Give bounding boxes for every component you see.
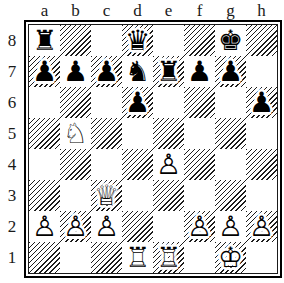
- square-b3[interactable]: [60, 180, 91, 211]
- square-h1[interactable]: [246, 242, 277, 273]
- piece-black-pawn[interactable]: ♟: [122, 87, 153, 118]
- square-a1[interactable]: [29, 242, 60, 273]
- square-d1[interactable]: ♖: [122, 242, 153, 273]
- piece-white-rook[interactable]: ♖: [153, 242, 184, 273]
- piece-black-king[interactable]: ♚: [215, 25, 246, 56]
- square-d2[interactable]: [122, 211, 153, 242]
- file-label-b: b: [60, 0, 91, 21]
- square-e3[interactable]: [153, 180, 184, 211]
- square-f1[interactable]: [184, 242, 215, 273]
- square-h6[interactable]: ♟: [246, 87, 277, 118]
- square-f5[interactable]: [184, 118, 215, 149]
- square-f7[interactable]: ♟: [184, 56, 215, 87]
- square-f6[interactable]: [184, 87, 215, 118]
- square-f4[interactable]: [184, 149, 215, 180]
- square-a7[interactable]: ♟: [29, 56, 60, 87]
- chess-diagram: abcdefgh 87654321 ♜♛♚♟♟♟♞♜♟♟♟♟♘♙♕♙♙♙♙♙♙♖…: [0, 0, 284, 283]
- square-g3[interactable]: [215, 180, 246, 211]
- rank-label-2: 2: [0, 211, 24, 242]
- rank-label-1: 1: [0, 242, 24, 273]
- square-b4[interactable]: [60, 149, 91, 180]
- file-label-e: e: [153, 0, 184, 21]
- piece-white-pawn[interactable]: ♙: [215, 211, 246, 242]
- piece-white-pawn[interactable]: ♙: [246, 211, 277, 242]
- file-label-a: a: [29, 0, 60, 21]
- piece-black-rook[interactable]: ♜: [153, 56, 184, 87]
- piece-black-pawn[interactable]: ♟: [215, 56, 246, 87]
- piece-white-pawn[interactable]: ♙: [153, 149, 184, 180]
- piece-white-rook[interactable]: ♖: [122, 242, 153, 273]
- square-e5[interactable]: [153, 118, 184, 149]
- square-b2[interactable]: ♙: [60, 211, 91, 242]
- piece-white-pawn[interactable]: ♙: [29, 211, 60, 242]
- square-d5[interactable]: [122, 118, 153, 149]
- square-a3[interactable]: [29, 180, 60, 211]
- square-h4[interactable]: [246, 149, 277, 180]
- piece-white-pawn[interactable]: ♙: [91, 211, 122, 242]
- square-f3[interactable]: [184, 180, 215, 211]
- square-c4[interactable]: [91, 149, 122, 180]
- square-a6[interactable]: [29, 87, 60, 118]
- file-label-h: h: [246, 0, 277, 21]
- square-b8[interactable]: [60, 25, 91, 56]
- square-h7[interactable]: [246, 56, 277, 87]
- rank-label-4: 4: [0, 149, 24, 180]
- square-d6[interactable]: ♟: [122, 87, 153, 118]
- square-g4[interactable]: [215, 149, 246, 180]
- rank-label-7: 7: [0, 56, 24, 87]
- square-b1[interactable]: [60, 242, 91, 273]
- square-c8[interactable]: [91, 25, 122, 56]
- rank-label-5: 5: [0, 118, 24, 149]
- board-frame: ♜♛♚♟♟♟♞♜♟♟♟♟♘♙♕♙♙♙♙♙♙♖♖♔: [24, 20, 282, 278]
- square-e8[interactable]: [153, 25, 184, 56]
- square-d4[interactable]: [122, 149, 153, 180]
- square-a4[interactable]: [29, 149, 60, 180]
- piece-black-pawn[interactable]: ♟: [246, 87, 277, 118]
- rank-label-8: 8: [0, 25, 24, 56]
- square-f2[interactable]: ♙: [184, 211, 215, 242]
- square-g6[interactable]: [215, 87, 246, 118]
- square-c7[interactable]: ♟: [91, 56, 122, 87]
- square-e1[interactable]: ♖: [153, 242, 184, 273]
- file-label-f: f: [184, 0, 215, 21]
- square-e7[interactable]: ♜: [153, 56, 184, 87]
- piece-white-pawn[interactable]: ♙: [184, 211, 215, 242]
- square-f8[interactable]: [184, 25, 215, 56]
- piece-white-knight[interactable]: ♘: [60, 118, 91, 149]
- square-g7[interactable]: ♟: [215, 56, 246, 87]
- file-label-g: g: [215, 0, 246, 21]
- piece-white-king[interactable]: ♔: [215, 242, 246, 273]
- rank-label-6: 6: [0, 87, 24, 118]
- square-a8[interactable]: ♜: [29, 25, 60, 56]
- square-d7[interactable]: ♞: [122, 56, 153, 87]
- rank-labels: 87654321: [0, 25, 24, 273]
- square-d3[interactable]: [122, 180, 153, 211]
- piece-white-pawn[interactable]: ♙: [60, 211, 91, 242]
- square-h5[interactable]: [246, 118, 277, 149]
- square-b6[interactable]: [60, 87, 91, 118]
- square-b7[interactable]: ♟: [60, 56, 91, 87]
- square-c6[interactable]: [91, 87, 122, 118]
- file-label-d: d: [122, 0, 153, 21]
- piece-black-pawn[interactable]: ♟: [60, 56, 91, 87]
- square-a5[interactable]: [29, 118, 60, 149]
- square-a2[interactable]: ♙: [29, 211, 60, 242]
- square-g1[interactable]: ♔: [215, 242, 246, 273]
- piece-black-pawn[interactable]: ♟: [29, 56, 60, 87]
- chess-board: ♜♛♚♟♟♟♞♜♟♟♟♟♘♙♕♙♙♙♙♙♙♖♖♔: [28, 24, 278, 274]
- square-h3[interactable]: [246, 180, 277, 211]
- square-e4[interactable]: ♙: [153, 149, 184, 180]
- rank-label-3: 3: [0, 180, 24, 211]
- square-g5[interactable]: [215, 118, 246, 149]
- square-c1[interactable]: [91, 242, 122, 273]
- square-g8[interactable]: ♚: [215, 25, 246, 56]
- file-labels: abcdefgh: [29, 0, 277, 20]
- piece-black-pawn[interactable]: ♟: [184, 56, 215, 87]
- piece-black-knight[interactable]: ♞: [122, 56, 153, 87]
- square-c3[interactable]: ♕: [91, 180, 122, 211]
- square-h8[interactable]: [246, 25, 277, 56]
- piece-black-rook[interactable]: ♜: [29, 25, 60, 56]
- square-b5[interactable]: ♘: [60, 118, 91, 149]
- square-c5[interactable]: [91, 118, 122, 149]
- piece-black-pawn[interactable]: ♟: [91, 56, 122, 87]
- square-h2[interactable]: ♙: [246, 211, 277, 242]
- file-label-c: c: [91, 0, 122, 21]
- square-c2[interactable]: ♙: [91, 211, 122, 242]
- square-d8[interactable]: ♛: [122, 25, 153, 56]
- square-e2[interactable]: [153, 211, 184, 242]
- square-g2[interactable]: ♙: [215, 211, 246, 242]
- square-e6[interactable]: [153, 87, 184, 118]
- piece-black-queen[interactable]: ♛: [122, 25, 153, 56]
- piece-white-queen[interactable]: ♕: [91, 180, 122, 211]
